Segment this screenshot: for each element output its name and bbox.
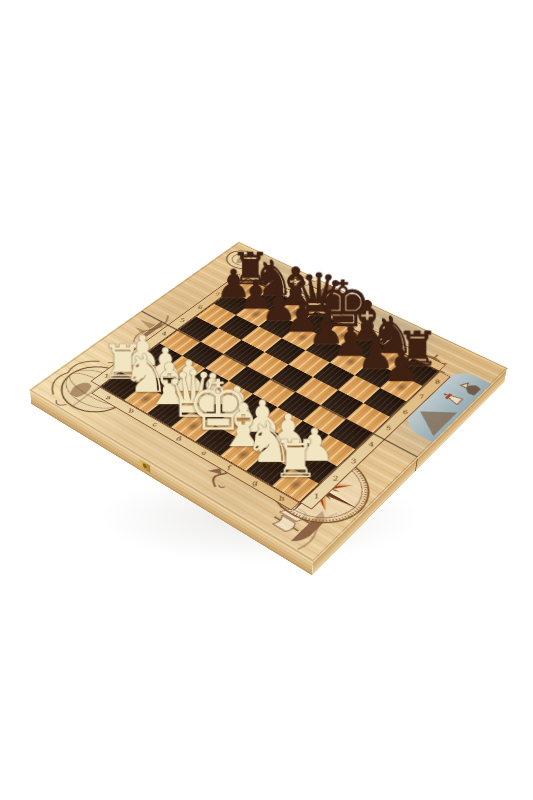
brass-latch-icon	[139, 459, 150, 472]
side-fold-seam	[415, 457, 418, 472]
rank-label: 6	[185, 304, 214, 311]
rank-label: 7	[203, 291, 232, 298]
piece-white-rook[interactable]: ♜	[263, 432, 329, 485]
product-photo: abcdefgh abcdefgh 12345678 12345678 ♜♟♟♜…	[0, 0, 533, 800]
rank-label: 8	[220, 279, 248, 286]
rank-label: 5	[167, 317, 196, 325]
rank-label: 4	[149, 330, 179, 338]
piece-black-pawn[interactable]: ♟	[371, 345, 431, 387]
scene: abcdefgh abcdefgh 12345678 12345678 ♜♟♟♜…	[0, 0, 533, 800]
chess-box: abcdefgh abcdefgh 12345678 12345678 ♜♟♟♜…	[29, 242, 509, 563]
